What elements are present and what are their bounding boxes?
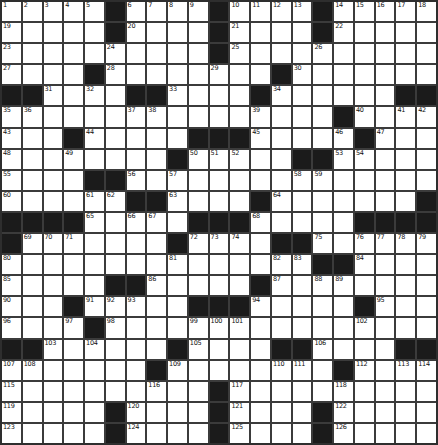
answer-cell-r9c4[interactable] <box>64 171 83 190</box>
answer-cell-r21c8[interactable] <box>147 424 166 443</box>
answer-cell-r11c8[interactable]: 67 <box>147 213 166 232</box>
answer-cell-r6c8[interactable]: 38 <box>147 107 166 126</box>
answer-cell-r2c5[interactable] <box>85 23 104 42</box>
answer-cell-r12c3[interactable]: 70 <box>44 234 63 253</box>
answer-cell-r18c19[interactable] <box>376 361 395 380</box>
answer-cell-r15c13[interactable]: 94 <box>251 297 270 316</box>
answer-cell-r6c21[interactable]: 42 <box>417 107 436 126</box>
answer-cell-r15c2[interactable] <box>23 297 42 316</box>
answer-cell-r7c13[interactable]: 45 <box>251 129 270 148</box>
answer-cell-r10c10[interactable] <box>189 192 208 211</box>
answer-cell-r17c19[interactable] <box>376 340 395 359</box>
answer-cell-r2c9[interactable] <box>168 23 187 42</box>
answer-cell-r3c18[interactable] <box>355 44 374 63</box>
answer-cell-r9c18[interactable] <box>355 171 374 190</box>
answer-cell-r19c16[interactable] <box>313 382 332 401</box>
answer-cell-r13c20[interactable] <box>396 255 415 274</box>
answer-cell-r4c13[interactable] <box>251 65 270 84</box>
answer-cell-r4c21[interactable] <box>417 65 436 84</box>
answer-cell-r15c5[interactable]: 91 <box>85 297 104 316</box>
answer-cell-r5c5[interactable]: 32 <box>85 86 104 105</box>
answer-cell-r8c19[interactable] <box>376 150 395 169</box>
answer-cell-r16c13[interactable] <box>251 318 270 337</box>
answer-cell-r3c20[interactable] <box>396 44 415 63</box>
answer-cell-r20c8[interactable] <box>147 403 166 422</box>
answer-cell-r6c2[interactable]: 36 <box>23 107 42 126</box>
answer-cell-r13c9[interactable]: 81 <box>168 255 187 274</box>
answer-cell-r13c10[interactable] <box>189 255 208 274</box>
answer-cell-r21c10[interactable] <box>189 424 208 443</box>
answer-cell-r14c14[interactable]: 87 <box>272 276 291 295</box>
answer-cell-r6c5[interactable] <box>85 107 104 126</box>
answer-cell-r8c4[interactable]: 49 <box>64 150 83 169</box>
answer-cell-r14c1[interactable]: 85 <box>2 276 21 295</box>
answer-cell-r20c14[interactable] <box>272 403 291 422</box>
answer-cell-r1c21[interactable]: 18 <box>417 2 436 21</box>
answer-cell-r7c3[interactable] <box>44 129 63 148</box>
answer-cell-r13c19[interactable] <box>376 255 395 274</box>
answer-cell-r16c17[interactable] <box>334 318 353 337</box>
answer-cell-r18c14[interactable]: 110 <box>272 361 291 380</box>
answer-cell-r18c21[interactable]: 114 <box>417 361 436 380</box>
answer-cell-r12c8[interactable] <box>147 234 166 253</box>
answer-cell-r6c16[interactable] <box>313 107 332 126</box>
answer-cell-r14c5[interactable] <box>85 276 104 295</box>
answer-cell-r2c19[interactable] <box>376 23 395 42</box>
answer-cell-r21c12[interactable]: 125 <box>230 424 249 443</box>
answer-cell-r17c11[interactable] <box>210 340 229 359</box>
answer-cell-r10c12[interactable] <box>230 192 249 211</box>
answer-cell-r7c9[interactable] <box>168 129 187 148</box>
answer-cell-r16c16[interactable] <box>313 318 332 337</box>
answer-cell-r17c12[interactable] <box>230 340 249 359</box>
answer-cell-r3c6[interactable]: 24 <box>106 44 125 63</box>
answer-cell-r1c5[interactable]: 5 <box>85 2 104 21</box>
answer-cell-r19c15[interactable] <box>293 382 312 401</box>
answer-cell-r9c10[interactable] <box>189 171 208 190</box>
answer-cell-r21c9[interactable] <box>168 424 187 443</box>
answer-cell-r15c9[interactable] <box>168 297 187 316</box>
answer-cell-r7c21[interactable] <box>417 129 436 148</box>
answer-cell-r6c6[interactable] <box>106 107 125 126</box>
answer-cell-r3c2[interactable] <box>23 44 42 63</box>
answer-cell-r11c17[interactable] <box>334 213 353 232</box>
answer-cell-r1c3[interactable]: 3 <box>44 2 63 21</box>
answer-cell-r20c12[interactable]: 121 <box>230 403 249 422</box>
answer-cell-r4c17[interactable] <box>334 65 353 84</box>
answer-cell-r10c3[interactable] <box>44 192 63 211</box>
answer-cell-r7c5[interactable]: 44 <box>85 129 104 148</box>
answer-cell-r4c16[interactable] <box>313 65 332 84</box>
answer-cell-r7c2[interactable] <box>23 129 42 148</box>
answer-cell-r12c21[interactable]: 79 <box>417 234 436 253</box>
answer-cell-r3c1[interactable]: 23 <box>2 44 21 63</box>
answer-cell-r18c16[interactable] <box>313 361 332 380</box>
answer-cell-r16c20[interactable] <box>396 318 415 337</box>
answer-cell-r14c16[interactable]: 88 <box>313 276 332 295</box>
answer-cell-r4c9[interactable] <box>168 65 187 84</box>
answer-cell-r6c10[interactable] <box>189 107 208 126</box>
answer-cell-r2c10[interactable] <box>189 23 208 42</box>
answer-cell-r9c15[interactable]: 58 <box>293 171 312 190</box>
answer-cell-r5c19[interactable] <box>376 86 395 105</box>
answer-cell-r10c4[interactable] <box>64 192 83 211</box>
answer-cell-r7c16[interactable] <box>313 129 332 148</box>
answer-cell-r21c1[interactable]: 123 <box>2 424 21 443</box>
answer-cell-r18c9[interactable]: 109 <box>168 361 187 380</box>
answer-cell-r16c4[interactable]: 97 <box>64 318 83 337</box>
answer-cell-r2c18[interactable] <box>355 23 374 42</box>
answer-cell-r11c13[interactable]: 68 <box>251 213 270 232</box>
answer-cell-r8c8[interactable] <box>147 150 166 169</box>
answer-cell-r1c12[interactable]: 10 <box>230 2 249 21</box>
answer-cell-r4c1[interactable]: 27 <box>2 65 21 84</box>
answer-cell-r2c20[interactable] <box>396 23 415 42</box>
answer-cell-r4c15[interactable]: 30 <box>293 65 312 84</box>
answer-cell-r7c20[interactable] <box>396 129 415 148</box>
answer-cell-r5c15[interactable] <box>293 86 312 105</box>
answer-cell-r14c8[interactable]: 86 <box>147 276 166 295</box>
answer-cell-r3c10[interactable] <box>189 44 208 63</box>
answer-cell-r14c12[interactable] <box>230 276 249 295</box>
answer-cell-r18c11[interactable] <box>210 361 229 380</box>
answer-cell-r16c6[interactable]: 98 <box>106 318 125 337</box>
answer-cell-r4c4[interactable] <box>64 65 83 84</box>
answer-cell-r9c12[interactable] <box>230 171 249 190</box>
answer-cell-r3c8[interactable] <box>147 44 166 63</box>
answer-cell-r14c15[interactable] <box>293 276 312 295</box>
answer-cell-r10c15[interactable] <box>293 192 312 211</box>
answer-cell-r4c7[interactable] <box>127 65 146 84</box>
answer-cell-r10c14[interactable]: 64 <box>272 192 291 211</box>
answer-cell-r8c13[interactable] <box>251 150 270 169</box>
answer-cell-r6c18[interactable]: 40 <box>355 107 374 126</box>
answer-cell-r20c21[interactable] <box>417 403 436 422</box>
answer-cell-r10c18[interactable] <box>355 192 374 211</box>
answer-cell-r19c21[interactable] <box>417 382 436 401</box>
answer-cell-r2c13[interactable] <box>251 23 270 42</box>
answer-cell-r6c11[interactable] <box>210 107 229 126</box>
answer-cell-r11c7[interactable]: 66 <box>127 213 146 232</box>
answer-cell-r20c10[interactable] <box>189 403 208 422</box>
answer-cell-r18c13[interactable] <box>251 361 270 380</box>
answer-cell-r8c12[interactable]: 52 <box>230 150 249 169</box>
answer-cell-r21c2[interactable] <box>23 424 42 443</box>
answer-cell-r1c14[interactable]: 12 <box>272 2 291 21</box>
answer-cell-r2c8[interactable] <box>147 23 166 42</box>
answer-cell-r2c4[interactable] <box>64 23 83 42</box>
answer-cell-r9c8[interactable] <box>147 171 166 190</box>
answer-cell-r5c10[interactable] <box>189 86 208 105</box>
answer-cell-r16c11[interactable]: 100 <box>210 318 229 337</box>
answer-cell-r8c10[interactable]: 50 <box>189 150 208 169</box>
answer-cell-r9c9[interactable]: 57 <box>168 171 187 190</box>
answer-cell-r10c17[interactable] <box>334 192 353 211</box>
answer-cell-r20c13[interactable] <box>251 403 270 422</box>
answer-cell-r15c1[interactable]: 90 <box>2 297 21 316</box>
answer-cell-r13c14[interactable]: 82 <box>272 255 291 274</box>
answer-cell-r15c14[interactable] <box>272 297 291 316</box>
answer-cell-r21c21[interactable] <box>417 424 436 443</box>
answer-cell-r20c3[interactable] <box>44 403 63 422</box>
answer-cell-r21c7[interactable]: 124 <box>127 424 146 443</box>
answer-cell-r3c12[interactable]: 25 <box>230 44 249 63</box>
answer-cell-r5c17[interactable] <box>334 86 353 105</box>
answer-cell-r19c2[interactable] <box>23 382 42 401</box>
answer-cell-r17c7[interactable] <box>127 340 146 359</box>
answer-cell-r7c8[interactable] <box>147 129 166 148</box>
answer-cell-r18c12[interactable] <box>230 361 249 380</box>
answer-cell-r4c20[interactable] <box>396 65 415 84</box>
answer-cell-r14c20[interactable] <box>396 276 415 295</box>
answer-cell-r9c13[interactable] <box>251 171 270 190</box>
answer-cell-r15c17[interactable] <box>334 297 353 316</box>
answer-cell-r9c16[interactable]: 59 <box>313 171 332 190</box>
answer-cell-r19c8[interactable]: 116 <box>147 382 166 401</box>
answer-cell-r13c1[interactable]: 80 <box>2 255 21 274</box>
answer-cell-r7c14[interactable] <box>272 129 291 148</box>
answer-cell-r12c5[interactable] <box>85 234 104 253</box>
answer-cell-r8c5[interactable] <box>85 150 104 169</box>
answer-cell-r1c20[interactable]: 17 <box>396 2 415 21</box>
answer-cell-r16c9[interactable] <box>168 318 187 337</box>
answer-cell-r3c13[interactable] <box>251 44 270 63</box>
answer-cell-r16c14[interactable] <box>272 318 291 337</box>
answer-cell-r10c16[interactable] <box>313 192 332 211</box>
answer-cell-r9c2[interactable] <box>23 171 42 190</box>
answer-cell-r12c4[interactable]: 71 <box>64 234 83 253</box>
answer-cell-r20c5[interactable] <box>85 403 104 422</box>
answer-cell-r14c11[interactable] <box>210 276 229 295</box>
answer-cell-r18c10[interactable] <box>189 361 208 380</box>
answer-cell-r10c5[interactable]: 61 <box>85 192 104 211</box>
answer-cell-r18c1[interactable]: 107 <box>2 361 21 380</box>
answer-cell-r6c9[interactable] <box>168 107 187 126</box>
answer-cell-r19c19[interactable] <box>376 382 395 401</box>
answer-cell-r1c7[interactable]: 6 <box>127 2 146 21</box>
answer-cell-r10c2[interactable] <box>23 192 42 211</box>
answer-cell-r8c7[interactable] <box>127 150 146 169</box>
answer-cell-r1c19[interactable]: 16 <box>376 2 395 21</box>
answer-cell-r6c7[interactable]: 37 <box>127 107 146 126</box>
answer-cell-r2c7[interactable]: 20 <box>127 23 146 42</box>
answer-cell-r8c2[interactable] <box>23 150 42 169</box>
answer-cell-r8c20[interactable] <box>396 150 415 169</box>
answer-cell-r17c6[interactable] <box>106 340 125 359</box>
answer-cell-r5c12[interactable] <box>230 86 249 105</box>
answer-cell-r9c14[interactable] <box>272 171 291 190</box>
answer-cell-r18c6[interactable] <box>106 361 125 380</box>
answer-cell-r11c14[interactable] <box>272 213 291 232</box>
answer-cell-r9c19[interactable] <box>376 171 395 190</box>
answer-cell-r4c12[interactable] <box>230 65 249 84</box>
answer-cell-r6c14[interactable] <box>272 107 291 126</box>
answer-cell-r16c18[interactable]: 102 <box>355 318 374 337</box>
answer-cell-r19c1[interactable]: 115 <box>2 382 21 401</box>
answer-cell-r13c13[interactable] <box>251 255 270 274</box>
answer-cell-r13c21[interactable] <box>417 255 436 274</box>
answer-cell-r2c1[interactable]: 19 <box>2 23 21 42</box>
answer-cell-r19c14[interactable] <box>272 382 291 401</box>
answer-cell-r8c18[interactable]: 54 <box>355 150 374 169</box>
answer-cell-r7c19[interactable]: 47 <box>376 129 395 148</box>
answer-cell-r11c16[interactable] <box>313 213 332 232</box>
answer-cell-r11c9[interactable] <box>168 213 187 232</box>
answer-cell-r18c7[interactable] <box>127 361 146 380</box>
answer-cell-r21c5[interactable] <box>85 424 104 443</box>
answer-cell-r17c5[interactable]: 104 <box>85 340 104 359</box>
answer-cell-r3c5[interactable] <box>85 44 104 63</box>
answer-cell-r19c6[interactable] <box>106 382 125 401</box>
answer-cell-r18c15[interactable]: 111 <box>293 361 312 380</box>
answer-cell-r16c21[interactable] <box>417 318 436 337</box>
answer-cell-r6c13[interactable]: 39 <box>251 107 270 126</box>
answer-cell-r20c1[interactable]: 119 <box>2 403 21 422</box>
answer-cell-r1c10[interactable]: 9 <box>189 2 208 21</box>
answer-cell-r21c18[interactable] <box>355 424 374 443</box>
answer-cell-r6c12[interactable] <box>230 107 249 126</box>
answer-cell-r13c15[interactable]: 83 <box>293 255 312 274</box>
answer-cell-r6c19[interactable] <box>376 107 395 126</box>
answer-cell-r9c20[interactable] <box>396 171 415 190</box>
answer-cell-r19c12[interactable]: 117 <box>230 382 249 401</box>
answer-cell-r15c16[interactable] <box>313 297 332 316</box>
answer-cell-r4c19[interactable] <box>376 65 395 84</box>
answer-cell-r15c6[interactable]: 92 <box>106 297 125 316</box>
answer-cell-r18c4[interactable] <box>64 361 83 380</box>
answer-cell-r8c14[interactable] <box>272 150 291 169</box>
answer-cell-r3c4[interactable] <box>64 44 83 63</box>
answer-cell-r6c20[interactable]: 41 <box>396 107 415 126</box>
answer-cell-r1c9[interactable]: 8 <box>168 2 187 21</box>
answer-cell-r19c4[interactable] <box>64 382 83 401</box>
answer-cell-r20c7[interactable]: 120 <box>127 403 146 422</box>
answer-cell-r17c8[interactable] <box>147 340 166 359</box>
answer-cell-r1c17[interactable]: 14 <box>334 2 353 21</box>
answer-cell-r21c19[interactable] <box>376 424 395 443</box>
answer-cell-r20c20[interactable] <box>396 403 415 422</box>
answer-cell-r17c18[interactable] <box>355 340 374 359</box>
answer-cell-r12c11[interactable]: 73 <box>210 234 229 253</box>
answer-cell-r19c9[interactable] <box>168 382 187 401</box>
answer-cell-r8c1[interactable]: 48 <box>2 150 21 169</box>
answer-cell-r14c2[interactable] <box>23 276 42 295</box>
answer-cell-r1c15[interactable]: 13 <box>293 2 312 21</box>
answer-cell-r6c15[interactable] <box>293 107 312 126</box>
answer-cell-r9c1[interactable]: 55 <box>2 171 21 190</box>
answer-cell-r14c21[interactable] <box>417 276 436 295</box>
answer-cell-r14c19[interactable] <box>376 276 395 295</box>
answer-cell-r6c4[interactable] <box>64 107 83 126</box>
answer-cell-r15c15[interactable] <box>293 297 312 316</box>
answer-cell-r19c18[interactable] <box>355 382 374 401</box>
answer-cell-r5c6[interactable] <box>106 86 125 105</box>
answer-cell-r10c11[interactable] <box>210 192 229 211</box>
answer-cell-r9c7[interactable]: 56 <box>127 171 146 190</box>
answer-cell-r21c20[interactable] <box>396 424 415 443</box>
answer-cell-r3c7[interactable] <box>127 44 146 63</box>
answer-cell-r4c8[interactable] <box>147 65 166 84</box>
answer-cell-r15c21[interactable] <box>417 297 436 316</box>
answer-cell-r15c20[interactable] <box>396 297 415 316</box>
answer-cell-r17c4[interactable] <box>64 340 83 359</box>
answer-cell-r18c3[interactable] <box>44 361 63 380</box>
answer-cell-r13c18[interactable]: 84 <box>355 255 374 274</box>
answer-cell-r8c11[interactable]: 51 <box>210 150 229 169</box>
answer-cell-r13c11[interactable] <box>210 255 229 274</box>
answer-cell-r16c15[interactable] <box>293 318 312 337</box>
answer-cell-r17c17[interactable] <box>334 340 353 359</box>
answer-cell-r13c8[interactable] <box>147 255 166 274</box>
answer-cell-r12c16[interactable]: 75 <box>313 234 332 253</box>
answer-cell-r4c18[interactable] <box>355 65 374 84</box>
answer-cell-r13c7[interactable] <box>127 255 146 274</box>
answer-cell-r9c21[interactable] <box>417 171 436 190</box>
answer-cell-r3c21[interactable] <box>417 44 436 63</box>
answer-cell-r8c6[interactable] <box>106 150 125 169</box>
answer-cell-r16c3[interactable] <box>44 318 63 337</box>
answer-cell-r12c12[interactable]: 74 <box>230 234 249 253</box>
answer-cell-r4c3[interactable] <box>44 65 63 84</box>
answer-cell-r17c3[interactable]: 103 <box>44 340 63 359</box>
answer-cell-r18c5[interactable] <box>85 361 104 380</box>
answer-cell-r2c12[interactable]: 21 <box>230 23 249 42</box>
answer-cell-r18c2[interactable]: 108 <box>23 361 42 380</box>
answer-cell-r20c18[interactable] <box>355 403 374 422</box>
answer-cell-r2c15[interactable] <box>293 23 312 42</box>
answer-cell-r12c10[interactable]: 72 <box>189 234 208 253</box>
answer-cell-r10c1[interactable]: 60 <box>2 192 21 211</box>
answer-cell-r8c21[interactable] <box>417 150 436 169</box>
answer-cell-r12c17[interactable] <box>334 234 353 253</box>
answer-cell-r1c13[interactable]: 11 <box>251 2 270 21</box>
answer-cell-r5c14[interactable]: 34 <box>272 86 291 105</box>
answer-cell-r21c15[interactable] <box>293 424 312 443</box>
answer-cell-r12c2[interactable]: 69 <box>23 234 42 253</box>
answer-cell-r13c5[interactable] <box>85 255 104 274</box>
answer-cell-r1c1[interactable]: 1 <box>2 2 21 21</box>
answer-cell-r20c4[interactable] <box>64 403 83 422</box>
answer-cell-r1c18[interactable]: 15 <box>355 2 374 21</box>
answer-cell-r1c2[interactable]: 2 <box>23 2 42 21</box>
answer-cell-r3c17[interactable] <box>334 44 353 63</box>
answer-cell-r11c5[interactable]: 65 <box>85 213 104 232</box>
answer-cell-r3c16[interactable]: 26 <box>313 44 332 63</box>
answer-cell-r3c19[interactable] <box>376 44 395 63</box>
answer-cell-r13c3[interactable] <box>44 255 63 274</box>
answer-cell-r6c1[interactable]: 35 <box>2 107 21 126</box>
answer-cell-r9c11[interactable] <box>210 171 229 190</box>
answer-cell-r12c6[interactable] <box>106 234 125 253</box>
answer-cell-r9c3[interactable] <box>44 171 63 190</box>
answer-cell-r20c15[interactable] <box>293 403 312 422</box>
answer-cell-r14c9[interactable] <box>168 276 187 295</box>
answer-cell-r21c3[interactable] <box>44 424 63 443</box>
answer-cell-r18c18[interactable]: 112 <box>355 361 374 380</box>
answer-cell-r20c19[interactable] <box>376 403 395 422</box>
answer-cell-r15c3[interactable] <box>44 297 63 316</box>
answer-cell-r9c17[interactable] <box>334 171 353 190</box>
answer-cell-r3c3[interactable] <box>44 44 63 63</box>
answer-cell-r2c3[interactable] <box>44 23 63 42</box>
answer-cell-r5c4[interactable] <box>64 86 83 105</box>
answer-cell-r4c10[interactable] <box>189 65 208 84</box>
answer-cell-r11c6[interactable] <box>106 213 125 232</box>
answer-cell-r21c4[interactable] <box>64 424 83 443</box>
answer-cell-r13c4[interactable] <box>64 255 83 274</box>
answer-cell-r21c14[interactable] <box>272 424 291 443</box>
answer-cell-r7c1[interactable]: 43 <box>2 129 21 148</box>
